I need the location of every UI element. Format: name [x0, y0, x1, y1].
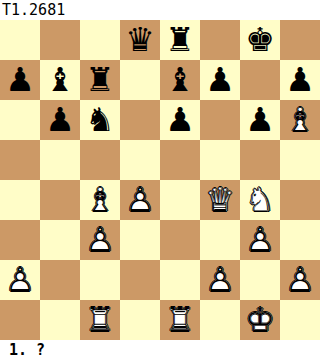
piece-black-pawn-a7[interactable]: ♟: [0, 60, 40, 100]
title-bar: T1.2681: [0, 0, 320, 20]
square-a8[interactable]: [0, 20, 40, 60]
square-a7[interactable]: ♟: [0, 60, 40, 100]
piece-black-king-g8[interactable]: ♚: [240, 20, 280, 60]
square-a6[interactable]: [0, 100, 40, 140]
piece-white-pawn-a2[interactable]: ♟♙: [0, 260, 40, 300]
square-c2[interactable]: [80, 260, 120, 300]
piece-white-rook-e1[interactable]: ♜♖: [160, 300, 200, 340]
piece-black-pawn-h7[interactable]: ♟: [280, 60, 320, 100]
piece-white-pawn-d4[interactable]: ♟♙: [120, 180, 160, 220]
puzzle-id: T1.2681: [2, 1, 65, 19]
piece-black-pawn-g6[interactable]: ♟: [240, 100, 280, 140]
square-e1[interactable]: ♜♖: [160, 300, 200, 340]
square-g2[interactable]: [240, 260, 280, 300]
square-f5[interactable]: [200, 140, 240, 180]
piece-white-king-g1[interactable]: ♚♔: [240, 300, 280, 340]
square-g4[interactable]: ♞♘: [240, 180, 280, 220]
piece-white-bishop-h6[interactable]: ♝♗: [280, 100, 320, 140]
square-h7[interactable]: ♟: [280, 60, 320, 100]
square-d3[interactable]: [120, 220, 160, 260]
piece-white-queen-f4[interactable]: ♛♕: [200, 180, 240, 220]
square-c1[interactable]: ♜♖: [80, 300, 120, 340]
piece-white-rook-c1[interactable]: ♜♖: [80, 300, 120, 340]
square-d4[interactable]: ♟♙: [120, 180, 160, 220]
square-d8[interactable]: ♛: [120, 20, 160, 60]
square-f4[interactable]: ♛♕: [200, 180, 240, 220]
piece-black-rook-e8[interactable]: ♜: [160, 20, 200, 60]
square-b7[interactable]: ♝: [40, 60, 80, 100]
square-d6[interactable]: [120, 100, 160, 140]
square-h8[interactable]: [280, 20, 320, 60]
square-g8[interactable]: ♚: [240, 20, 280, 60]
piece-white-pawn-h2[interactable]: ♟♙: [280, 260, 320, 300]
piece-black-rook-c7[interactable]: ♜: [80, 60, 120, 100]
square-g5[interactable]: [240, 140, 280, 180]
square-f3[interactable]: [200, 220, 240, 260]
piece-black-knight-c6[interactable]: ♞: [80, 100, 120, 140]
square-a4[interactable]: [0, 180, 40, 220]
square-g7[interactable]: [240, 60, 280, 100]
square-e2[interactable]: [160, 260, 200, 300]
square-b2[interactable]: [40, 260, 80, 300]
square-g3[interactable]: ♟♙: [240, 220, 280, 260]
square-e6[interactable]: ♟: [160, 100, 200, 140]
square-c5[interactable]: [80, 140, 120, 180]
square-b3[interactable]: [40, 220, 80, 260]
square-f2[interactable]: ♟♙: [200, 260, 240, 300]
square-e8[interactable]: ♜: [160, 20, 200, 60]
piece-white-pawn-g3[interactable]: ♟♙: [240, 220, 280, 260]
piece-black-queen-d8[interactable]: ♛: [120, 20, 160, 60]
square-d5[interactable]: [120, 140, 160, 180]
square-f8[interactable]: [200, 20, 240, 60]
square-c3[interactable]: ♟♙: [80, 220, 120, 260]
square-e4[interactable]: [160, 180, 200, 220]
piece-black-bishop-b7[interactable]: ♝: [40, 60, 80, 100]
square-e7[interactable]: ♝: [160, 60, 200, 100]
square-g6[interactable]: ♟: [240, 100, 280, 140]
square-e5[interactable]: [160, 140, 200, 180]
square-b1[interactable]: [40, 300, 80, 340]
chess-board: ♛♜♚♟♝♜♝♟♟♟♞♟♟♝♗♝♗♟♙♛♕♞♘♟♙♟♙♟♙♟♙♟♙♜♖♜♖♚♔: [0, 20, 320, 340]
square-h1[interactable]: [280, 300, 320, 340]
piece-white-pawn-f2[interactable]: ♟♙: [200, 260, 240, 300]
square-h3[interactable]: [280, 220, 320, 260]
square-f1[interactable]: [200, 300, 240, 340]
square-a3[interactable]: [0, 220, 40, 260]
square-g1[interactable]: ♚♔: [240, 300, 280, 340]
square-c7[interactable]: ♜: [80, 60, 120, 100]
square-d7[interactable]: [120, 60, 160, 100]
piece-white-pawn-c3[interactable]: ♟♙: [80, 220, 120, 260]
square-h6[interactable]: ♝♗: [280, 100, 320, 140]
square-b8[interactable]: [40, 20, 80, 60]
square-f7[interactable]: ♟: [200, 60, 240, 100]
piece-black-pawn-f7[interactable]: ♟: [200, 60, 240, 100]
square-e3[interactable]: [160, 220, 200, 260]
square-h2[interactable]: ♟♙: [280, 260, 320, 300]
square-c8[interactable]: [80, 20, 120, 60]
piece-white-bishop-c4[interactable]: ♝♗: [80, 180, 120, 220]
piece-black-pawn-e6[interactable]: ♟: [160, 100, 200, 140]
square-d1[interactable]: [120, 300, 160, 340]
square-h5[interactable]: [280, 140, 320, 180]
square-b5[interactable]: [40, 140, 80, 180]
square-d2[interactable]: [120, 260, 160, 300]
square-b4[interactable]: [40, 180, 80, 220]
square-b6[interactable]: ♟: [40, 100, 80, 140]
square-h4[interactable]: [280, 180, 320, 220]
square-a5[interactable]: [0, 140, 40, 180]
square-a1[interactable]: [0, 300, 40, 340]
square-f6[interactable]: [200, 100, 240, 140]
piece-black-bishop-e7[interactable]: ♝: [160, 60, 200, 100]
piece-black-pawn-b6[interactable]: ♟: [40, 100, 80, 140]
square-c6[interactable]: ♞: [80, 100, 120, 140]
piece-white-knight-g4[interactable]: ♞♘: [240, 180, 280, 220]
square-a2[interactable]: ♟♙: [0, 260, 40, 300]
square-c4[interactable]: ♝♗: [80, 180, 120, 220]
status-bar: 1. ?: [0, 340, 320, 360]
move-prompt: 1. ?: [9, 341, 45, 359]
